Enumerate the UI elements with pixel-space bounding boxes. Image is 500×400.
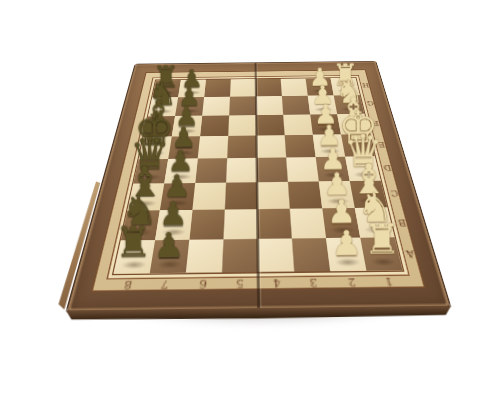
square-a5[interactable] <box>222 239 258 273</box>
square-e4[interactable] <box>256 135 286 158</box>
square-e5[interactable] <box>227 136 256 159</box>
square-a2[interactable]: ♟ <box>326 238 366 271</box>
chess-board: ♜♟♟♜♞♟♟♞♝♟♟♝♚♟♟♚♛♟♟♛♝♟♟♝♞♟♟♞♜♟♟♜ 8765432… <box>67 62 450 312</box>
square-b3[interactable] <box>290 208 326 238</box>
square-a4[interactable] <box>258 238 295 272</box>
square-a6[interactable] <box>186 239 224 273</box>
piece-black-p-a7[interactable]: ♟ <box>153 229 184 263</box>
square-b5[interactable] <box>223 209 257 239</box>
square-b6[interactable] <box>189 210 225 240</box>
board-tilt-wrapper: ♜♟♟♜♞♟♟♞♝♟♟♝♚♟♟♚♛♟♟♛♝♟♟♝♞♟♟♞♜♟♟♜ 8765432… <box>136 62 379 305</box>
piece-white-p-a2[interactable]: ♟ <box>331 227 362 261</box>
square-e6[interactable] <box>198 136 229 159</box>
square-d4[interactable] <box>257 157 288 182</box>
rank-label-6: 6 <box>183 277 221 290</box>
square-a1[interactable]: ♜ <box>360 237 402 270</box>
square-c6[interactable] <box>192 183 226 210</box>
chess-set-photo: ♜♟♟♜♞♟♟♞♝♟♟♝♚♟♟♚♛♟♟♛♝♟♟♝♞♟♟♞♜♟♟♜ 8765432… <box>0 0 500 400</box>
square-f6[interactable] <box>200 115 229 136</box>
square-e3[interactable] <box>285 135 316 158</box>
square-b4[interactable] <box>257 209 292 239</box>
square-h4[interactable] <box>256 79 282 97</box>
square-c5[interactable] <box>225 182 257 209</box>
piece-black-r-a8[interactable]: ♜ <box>114 222 152 264</box>
square-a8[interactable]: ♜ <box>114 240 155 274</box>
square-f3[interactable] <box>283 114 313 135</box>
square-a3[interactable] <box>292 238 330 271</box>
square-a7[interactable]: ♟ <box>150 240 190 274</box>
rank-label-3: 3 <box>295 275 333 287</box>
rank-label-8: 8 <box>108 278 147 291</box>
piece-white-r-a1[interactable]: ♜ <box>363 219 401 261</box>
